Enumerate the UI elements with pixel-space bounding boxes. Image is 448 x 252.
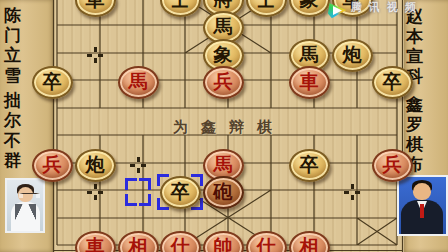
- piece-red-兵-col9-row6[interactable]: 兵: [372, 149, 413, 182]
- piece-black-卒-col1-row3[interactable]: 卒: [32, 66, 73, 99]
- piece-red-兵-col1-row6[interactable]: 兵: [32, 149, 73, 182]
- piece-glyph: 馬: [214, 17, 233, 36]
- sidebar-character: 拙: [4, 90, 21, 110]
- sidebar-character: 不: [4, 130, 21, 150]
- piece-glyph: 仕: [257, 237, 276, 252]
- piece-glyph: 車: [86, 0, 105, 9]
- video-watermark-text: 腾讯视频: [351, 0, 423, 15]
- piece-glyph: 卒: [300, 155, 319, 174]
- point-marker-2-7: [87, 184, 103, 200]
- piece-glyph: 象: [300, 0, 319, 9]
- left-sidebar-title-1: 陈门立雪: [4, 5, 21, 85]
- portrait-face: [413, 183, 431, 200]
- piece-glyph: 相: [300, 237, 319, 252]
- piece-glyph: 象: [214, 45, 233, 64]
- portrait-jacket: [15, 204, 36, 232]
- piece-glyph: 卒: [171, 182, 190, 201]
- portrait-tie: [420, 204, 424, 218]
- piece-glyph: 兵: [214, 72, 233, 91]
- piece-black-卒-col9-row3[interactable]: 卒: [372, 66, 413, 99]
- xiangqi-broadcast-screenshot: 为鑫辩棋 陈门立雪 拙尔不群 赵本宣科 鑫罗棋布 車士將士象車馬象馬炮卒卒炮卒卒…: [0, 0, 448, 252]
- piece-glyph: 炮: [343, 45, 362, 64]
- piece-black-炮-col8-row2[interactable]: 炮: [332, 39, 373, 72]
- piece-red-馬-col3-row3[interactable]: 馬: [118, 66, 159, 99]
- sidebar-character: 宣: [406, 46, 423, 66]
- piece-glyph: 車: [86, 237, 105, 252]
- video-watermark: 腾讯视频: [328, 0, 423, 19]
- tencent-video-logo-icon: [328, 1, 347, 19]
- point-marker-8-7: [344, 184, 360, 200]
- sidebar-character: 立: [4, 45, 21, 65]
- left-sidebar-title-2: 拙尔不群: [4, 90, 21, 170]
- point-marker-2-2: [87, 47, 103, 63]
- piece-red-砲-col5-row7[interactable]: 砲: [203, 176, 244, 209]
- sidebar-character: 群: [4, 150, 21, 170]
- player-photo-right: [397, 175, 448, 236]
- portrait-glasses: [19, 193, 40, 198]
- piece-glyph: 兵: [383, 155, 402, 174]
- piece-black-卒-col7-row6[interactable]: 卒: [289, 149, 330, 182]
- sidebar-character: 棋: [406, 134, 423, 154]
- move-origin-bracket: [125, 178, 151, 206]
- piece-glyph: 卒: [383, 72, 402, 91]
- piece-red-車-col7-row3[interactable]: 車: [289, 66, 330, 99]
- piece-glyph: 車: [300, 72, 319, 91]
- piece-glyph: 炮: [86, 155, 105, 174]
- piece-glyph: 仕: [171, 237, 190, 252]
- piece-glyph: 士: [171, 0, 190, 9]
- player-photo-left: [5, 178, 45, 233]
- sidebar-character: 罗: [406, 114, 423, 134]
- piece-glyph: 兵: [43, 155, 62, 174]
- sidebar-character: 门: [4, 25, 21, 45]
- piece-black-卒-col4-row7[interactable]: 卒: [160, 176, 201, 209]
- piece-glyph: 帥: [214, 237, 233, 252]
- piece-glyph: 卒: [43, 72, 62, 91]
- sidebar-character: 尔: [4, 110, 21, 130]
- piece-glyph: 相: [129, 237, 148, 252]
- piece-glyph: 將: [214, 0, 233, 9]
- sidebar-character: 雪: [4, 65, 21, 85]
- river-watermark-text: 为鑫辩棋: [173, 117, 285, 136]
- point-marker-3-6: [130, 157, 146, 173]
- sidebar-character: 鑫: [406, 94, 423, 114]
- piece-red-兵-col5-row3[interactable]: 兵: [203, 66, 244, 99]
- piece-black-炮-col2-row6[interactable]: 炮: [75, 149, 116, 182]
- piece-glyph: 馬: [300, 45, 319, 64]
- piece-glyph: 馬: [214, 155, 233, 174]
- sidebar-character: 本: [406, 26, 423, 46]
- piece-glyph: 士: [257, 0, 276, 9]
- piece-glyph: 砲: [214, 182, 233, 201]
- sidebar-character: 陈: [4, 5, 21, 25]
- piece-glyph: 馬: [129, 72, 148, 91]
